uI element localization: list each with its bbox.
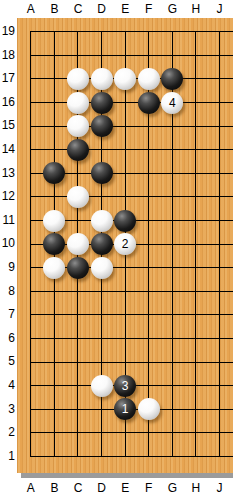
intersection-H17[interactable] (184, 67, 208, 91)
stone-white[interactable]: 4 (161, 92, 183, 114)
intersection-D13[interactable] (90, 162, 114, 186)
intersection-J13[interactable] (208, 162, 232, 186)
column-label: B (43, 0, 67, 18)
intersection-E6[interactable] (113, 327, 137, 351)
intersection-D7[interactable] (90, 303, 114, 327)
stone-black[interactable]: 3 (114, 375, 136, 397)
intersection-E15[interactable] (113, 114, 137, 138)
intersection-F16[interactable] (137, 91, 161, 115)
intersection-B18[interactable] (43, 44, 67, 68)
intersection-C14[interactable] (66, 138, 90, 162)
stone-white[interactable]: 2 (114, 233, 136, 255)
intersection-H11[interactable] (184, 209, 208, 233)
intersection-F4[interactable] (137, 374, 161, 398)
stone-white[interactable] (67, 92, 89, 114)
intersection-J19[interactable] (208, 20, 232, 44)
intersection-J1[interactable] (208, 445, 232, 469)
column-label: E (113, 0, 137, 18)
intersection-A1[interactable] (19, 445, 43, 469)
intersection-E19[interactable] (113, 20, 137, 44)
intersection-D4[interactable] (90, 374, 114, 398)
row-label: 1 (0, 445, 15, 469)
intersection-G10[interactable] (161, 232, 185, 256)
intersection-A19[interactable] (19, 20, 43, 44)
stone-white[interactable] (43, 210, 65, 232)
stone-white[interactable] (67, 115, 89, 137)
intersection-H4[interactable] (184, 374, 208, 398)
intersection-E8[interactable] (113, 280, 137, 304)
intersection-A8[interactable] (19, 280, 43, 304)
intersection-H10[interactable] (184, 232, 208, 256)
intersection-H18[interactable] (184, 44, 208, 68)
row-label: 13 (0, 162, 15, 186)
intersection-G14[interactable] (161, 138, 185, 162)
intersection-F13[interactable] (137, 162, 161, 186)
intersection-H3[interactable] (184, 398, 208, 422)
row-label: 12 (0, 185, 15, 209)
intersection-F8[interactable] (137, 280, 161, 304)
stone-white[interactable] (67, 68, 89, 90)
intersection-C10[interactable] (66, 232, 90, 256)
intersection-E13[interactable] (113, 162, 137, 186)
intersection-H6[interactable] (184, 327, 208, 351)
row-label: 16 (0, 91, 15, 115)
intersection-B10[interactable] (43, 232, 67, 256)
intersection-A11[interactable] (19, 209, 43, 233)
stone-black[interactable] (43, 233, 65, 255)
intersection-D12[interactable] (90, 185, 114, 209)
intersection-D9[interactable] (90, 256, 114, 280)
intersection-J18[interactable] (208, 44, 232, 68)
column-label: H (184, 479, 208, 497)
intersection-C2[interactable] (66, 421, 90, 445)
intersection-C7[interactable] (66, 303, 90, 327)
intersection-B3[interactable] (43, 398, 67, 422)
stone-white[interactable] (67, 233, 89, 255)
stone-number: 1 (122, 402, 129, 416)
intersection-D3[interactable] (90, 398, 114, 422)
intersection-B14[interactable] (43, 138, 67, 162)
row-label: 7 (0, 303, 15, 327)
intersection-B19[interactable] (43, 20, 67, 44)
intersection-A6[interactable] (19, 327, 43, 351)
intersection-H8[interactable] (184, 280, 208, 304)
row-label: 18 (0, 44, 15, 68)
intersection-B4[interactable] (43, 374, 67, 398)
intersection-J15[interactable] (208, 114, 232, 138)
intersection-F1[interactable] (137, 445, 161, 469)
stone-black[interactable] (43, 162, 65, 184)
intersection-D1[interactable] (90, 445, 114, 469)
intersection-B2[interactable] (43, 421, 67, 445)
intersection-C12[interactable] (66, 185, 90, 209)
intersection-H9[interactable] (184, 256, 208, 280)
intersection-G3[interactable] (161, 398, 185, 422)
intersection-G15[interactable] (161, 114, 185, 138)
column-label: D (90, 479, 114, 497)
stone-white[interactable] (91, 68, 113, 90)
intersection-F14[interactable] (137, 138, 161, 162)
intersection-A2[interactable] (19, 421, 43, 445)
intersection-J2[interactable] (208, 421, 232, 445)
intersection-D18[interactable] (90, 44, 114, 68)
column-label: G (161, 479, 185, 497)
intersection-A12[interactable] (19, 185, 43, 209)
intersection-A18[interactable] (19, 44, 43, 68)
intersection-F15[interactable] (137, 114, 161, 138)
intersection-B16[interactable] (43, 91, 67, 115)
intersection-C13[interactable] (66, 162, 90, 186)
intersection-A15[interactable] (19, 114, 43, 138)
intersection-E9[interactable] (113, 256, 137, 280)
intersection-J11[interactable] (208, 209, 232, 233)
column-label: J (208, 0, 232, 18)
intersection-B1[interactable] (43, 445, 67, 469)
row-label: 17 (0, 67, 15, 91)
intersection-J3[interactable] (208, 398, 232, 422)
intersection-G17[interactable] (161, 67, 185, 91)
intersection-C3[interactable] (66, 398, 90, 422)
intersection-E10[interactable]: 2 (113, 232, 137, 256)
intersection-C4[interactable] (66, 374, 90, 398)
stone-white[interactable] (138, 398, 160, 420)
row-label: 14 (0, 138, 15, 162)
intersection-J8[interactable] (208, 280, 232, 304)
intersection-J10[interactable] (208, 232, 232, 256)
intersection-C6[interactable] (66, 327, 90, 351)
intersection-H1[interactable] (184, 445, 208, 469)
intersection-D10[interactable] (90, 232, 114, 256)
stone-black[interactable] (67, 257, 89, 279)
intersection-C17[interactable] (66, 67, 90, 91)
intersection-A14[interactable] (19, 138, 43, 162)
stone-black[interactable]: 1 (114, 398, 136, 420)
intersection-C11[interactable] (66, 209, 90, 233)
intersection-J9[interactable] (208, 256, 232, 280)
row-label: 5 (0, 350, 15, 374)
stone-white[interactable] (138, 68, 160, 90)
intersection-H14[interactable] (184, 138, 208, 162)
intersection-D6[interactable] (90, 327, 114, 351)
stone-white[interactable] (43, 257, 65, 279)
row-label: 6 (0, 327, 15, 351)
intersection-A16[interactable] (19, 91, 43, 115)
intersection-G2[interactable] (161, 421, 185, 445)
row-label: 3 (0, 398, 15, 422)
intersection-G11[interactable] (161, 209, 185, 233)
intersection-A13[interactable] (19, 162, 43, 186)
intersection-H2[interactable] (184, 421, 208, 445)
intersection-G12[interactable] (161, 185, 185, 209)
intersection-D8[interactable] (90, 280, 114, 304)
row-label: 11 (0, 209, 15, 233)
board-bottom-shadow (21, 473, 233, 478)
intersection-C5[interactable] (66, 350, 90, 374)
intersection-F19[interactable] (137, 20, 161, 44)
stone-black[interactable] (67, 139, 89, 161)
intersection-A9[interactable] (19, 256, 43, 280)
column-label: F (137, 479, 161, 497)
stone-black[interactable] (91, 233, 113, 255)
intersection-G6[interactable] (161, 327, 185, 351)
intersection-G19[interactable] (161, 20, 185, 44)
intersection-G4[interactable] (161, 374, 185, 398)
stone-number: 2 (122, 237, 129, 251)
stone-white[interactable] (114, 68, 136, 90)
go-board[interactable]: 4231 (19, 20, 231, 468)
stone-white[interactable] (67, 186, 89, 208)
intersection-D14[interactable] (90, 138, 114, 162)
row-label: 4 (0, 374, 15, 398)
column-label: B (43, 479, 67, 497)
intersection-B13[interactable] (43, 162, 67, 186)
intersection-H15[interactable] (184, 114, 208, 138)
intersection-E5[interactable] (113, 350, 137, 374)
intersection-D17[interactable] (90, 67, 114, 91)
column-label: C (66, 0, 90, 18)
row-label: 19 (0, 20, 15, 44)
stone-black[interactable] (138, 92, 160, 114)
intersection-F5[interactable] (137, 350, 161, 374)
column-label: H (184, 0, 208, 18)
intersection-C16[interactable] (66, 91, 90, 115)
column-label: J (208, 479, 232, 497)
intersection-A4[interactable] (19, 374, 43, 398)
intersection-C18[interactable] (66, 44, 90, 68)
stone-black[interactable] (161, 68, 183, 90)
stone-black[interactable] (114, 210, 136, 232)
intersection-B11[interactable] (43, 209, 67, 233)
intersection-H12[interactable] (184, 185, 208, 209)
intersection-C1[interactable] (66, 445, 90, 469)
intersection-D19[interactable] (90, 20, 114, 44)
intersection-C8[interactable] (66, 280, 90, 304)
intersection-A3[interactable] (19, 398, 43, 422)
column-labels-top: ABCDEFGHJ (19, 0, 232, 18)
column-label: E (113, 479, 137, 497)
column-label: A (19, 479, 43, 497)
stone-white[interactable] (91, 375, 113, 397)
intersection-G13[interactable] (161, 162, 185, 186)
intersection-H7[interactable] (184, 303, 208, 327)
stone-white[interactable] (91, 210, 113, 232)
intersection-A5[interactable] (19, 350, 43, 374)
intersection-D2[interactable] (90, 421, 114, 445)
intersection-F10[interactable] (137, 232, 161, 256)
row-label: 9 (0, 256, 15, 280)
intersection-J17[interactable] (208, 67, 232, 91)
intersection-D11[interactable] (90, 209, 114, 233)
intersection-B6[interactable] (43, 327, 67, 351)
column-label: F (137, 0, 161, 18)
intersection-B7[interactable] (43, 303, 67, 327)
go-diagram: ABCDEFGHJ 19181716151413121110987654321 … (0, 0, 233, 500)
intersection-D5[interactable] (90, 350, 114, 374)
stone-black[interactable] (91, 115, 113, 137)
column-labels-bottom: ABCDEFGHJ (19, 479, 232, 497)
intersection-G5[interactable] (161, 350, 185, 374)
intersection-E17[interactable] (113, 67, 137, 91)
intersection-E12[interactable] (113, 185, 137, 209)
stone-black[interactable] (91, 162, 113, 184)
intersection-C9[interactable] (66, 256, 90, 280)
intersection-E14[interactable] (113, 138, 137, 162)
intersection-G1[interactable] (161, 445, 185, 469)
intersection-G7[interactable] (161, 303, 185, 327)
intersection-B8[interactable] (43, 280, 67, 304)
intersection-E18[interactable] (113, 44, 137, 68)
intersection-H5[interactable] (184, 350, 208, 374)
intersection-E2[interactable] (113, 421, 137, 445)
intersection-J6[interactable] (208, 327, 232, 351)
intersection-J5[interactable] (208, 350, 232, 374)
intersection-G16[interactable]: 4 (161, 91, 185, 115)
intersection-A10[interactable] (19, 232, 43, 256)
intersection-E4[interactable]: 3 (113, 374, 137, 398)
intersection-F18[interactable] (137, 44, 161, 68)
intersection-B12[interactable] (43, 185, 67, 209)
intersection-G18[interactable] (161, 44, 185, 68)
row-label: 8 (0, 280, 15, 304)
intersection-J4[interactable] (208, 374, 232, 398)
stone-white[interactable] (91, 257, 113, 279)
column-label: C (66, 479, 90, 497)
intersection-D16[interactable] (90, 91, 114, 115)
row-label: 15 (0, 114, 15, 138)
intersection-B9[interactable] (43, 256, 67, 280)
intersection-F2[interactable] (137, 421, 161, 445)
intersection-J12[interactable] (208, 185, 232, 209)
intersection-A7[interactable] (19, 303, 43, 327)
intersection-F9[interactable] (137, 256, 161, 280)
intersection-D15[interactable] (90, 114, 114, 138)
stone-number: 4 (169, 96, 176, 110)
intersection-J7[interactable] (208, 303, 232, 327)
intersection-E16[interactable] (113, 91, 137, 115)
intersection-F11[interactable] (137, 209, 161, 233)
intersection-E1[interactable] (113, 445, 137, 469)
intersection-J14[interactable] (208, 138, 232, 162)
intersection-B17[interactable] (43, 67, 67, 91)
intersection-F3[interactable] (137, 398, 161, 422)
intersection-E3[interactable]: 1 (113, 398, 137, 422)
intersection-C19[interactable] (66, 20, 90, 44)
stone-number: 3 (122, 379, 129, 393)
intersection-G9[interactable] (161, 256, 185, 280)
intersection-B15[interactable] (43, 114, 67, 138)
intersection-F6[interactable] (137, 327, 161, 351)
intersection-C15[interactable] (66, 114, 90, 138)
intersection-F12[interactable] (137, 185, 161, 209)
intersection-F17[interactable] (137, 67, 161, 91)
intersection-G8[interactable] (161, 280, 185, 304)
intersection-A17[interactable] (19, 67, 43, 91)
column-label: A (19, 0, 43, 18)
intersection-F7[interactable] (137, 303, 161, 327)
intersection-B5[interactable] (43, 350, 67, 374)
row-label: 10 (0, 232, 15, 256)
intersection-J16[interactable] (208, 91, 232, 115)
intersection-E7[interactable] (113, 303, 137, 327)
intersection-H19[interactable] (184, 20, 208, 44)
intersection-H13[interactable] (184, 162, 208, 186)
row-label: 2 (0, 421, 15, 445)
intersection-E11[interactable] (113, 209, 137, 233)
stone-black[interactable] (91, 92, 113, 114)
intersection-H16[interactable] (184, 91, 208, 115)
column-label: D (90, 0, 114, 18)
column-label: G (161, 0, 185, 18)
row-labels: 19181716151413121110987654321 (0, 20, 15, 468)
